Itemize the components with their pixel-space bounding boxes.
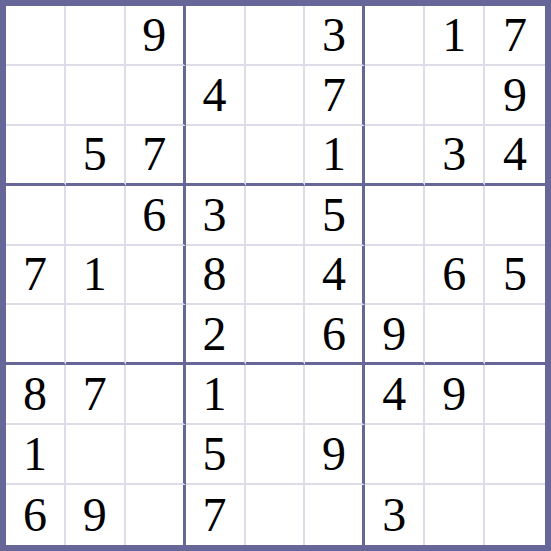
cell-r7c8[interactable]: 9 <box>425 365 485 425</box>
cell-r9c7[interactable]: 3 <box>365 485 425 545</box>
given-digit: 3 <box>442 130 466 178</box>
given-digit: 6 <box>23 491 47 539</box>
cell-r5c1[interactable]: 7 <box>6 246 66 306</box>
cell-r6c2[interactable] <box>66 305 126 365</box>
given-digit: 9 <box>83 491 107 539</box>
given-digit: 1 <box>23 430 47 478</box>
cell-r5c7[interactable] <box>365 246 425 306</box>
cell-r8c5[interactable] <box>246 425 306 485</box>
cell-r3c3[interactable]: 7 <box>126 126 186 186</box>
cell-r3c6[interactable]: 1 <box>305 126 365 186</box>
cell-r9c6[interactable] <box>305 485 365 545</box>
cell-r2c8[interactable] <box>425 66 485 126</box>
given-digit: 5 <box>83 130 107 178</box>
given-digit: 4 <box>503 130 527 178</box>
cell-r3c5[interactable] <box>246 126 306 186</box>
cell-r4c6[interactable]: 5 <box>305 186 365 246</box>
cell-r4c9[interactable] <box>485 186 545 246</box>
given-digit: 4 <box>203 71 227 119</box>
cell-r9c3[interactable] <box>126 485 186 545</box>
cell-r1c9[interactable]: 7 <box>485 6 545 66</box>
cell-r5c8[interactable]: 6 <box>425 246 485 306</box>
given-digit: 5 <box>203 430 227 478</box>
given-digit: 8 <box>203 250 227 298</box>
cell-r5c3[interactable] <box>126 246 186 306</box>
given-digit: 8 <box>23 370 47 418</box>
cell-r2c1[interactable] <box>6 66 66 126</box>
given-digit: 7 <box>503 11 527 59</box>
cell-r3c8[interactable]: 3 <box>425 126 485 186</box>
given-digit: 9 <box>322 430 346 478</box>
sudoku-board: 931747957134635718465269871491596973 <box>0 0 551 551</box>
cell-r1c4[interactable] <box>186 6 246 66</box>
given-digit: 3 <box>322 11 346 59</box>
cell-r3c2[interactable]: 5 <box>66 126 126 186</box>
cell-r4c1[interactable] <box>6 186 66 246</box>
cell-r4c8[interactable] <box>425 186 485 246</box>
cell-r9c9[interactable] <box>485 485 545 545</box>
cell-r2c7[interactable] <box>365 66 425 126</box>
given-digit: 2 <box>203 310 227 358</box>
cell-r2c4[interactable]: 4 <box>186 66 246 126</box>
cell-r4c5[interactable] <box>246 186 306 246</box>
cell-r5c6[interactable]: 4 <box>305 246 365 306</box>
given-digit: 7 <box>142 130 166 178</box>
cell-r6c4[interactable]: 2 <box>186 305 246 365</box>
cell-r4c4[interactable]: 3 <box>186 186 246 246</box>
cell-r2c9[interactable]: 9 <box>485 66 545 126</box>
cell-r3c1[interactable] <box>6 126 66 186</box>
cell-r6c5[interactable] <box>246 305 306 365</box>
cell-r6c9[interactable] <box>485 305 545 365</box>
cell-r6c3[interactable] <box>126 305 186 365</box>
given-digit: 9 <box>382 310 406 358</box>
given-digit: 6 <box>442 250 466 298</box>
given-digit: 6 <box>322 310 346 358</box>
cell-r7c1[interactable]: 8 <box>6 365 66 425</box>
cell-r6c1[interactable] <box>6 305 66 365</box>
cell-r2c6[interactable]: 7 <box>305 66 365 126</box>
cell-r4c3[interactable]: 6 <box>126 186 186 246</box>
cell-r9c1[interactable]: 6 <box>6 485 66 545</box>
cell-r1c1[interactable] <box>6 6 66 66</box>
cell-r4c7[interactable] <box>365 186 425 246</box>
cell-r6c7[interactable]: 9 <box>365 305 425 365</box>
cell-r5c4[interactable]: 8 <box>186 246 246 306</box>
given-digit: 6 <box>142 191 166 239</box>
cell-r8c2[interactable] <box>66 425 126 485</box>
given-digit: 1 <box>442 11 466 59</box>
cell-r3c7[interactable] <box>365 126 425 186</box>
given-digit: 7 <box>322 71 346 119</box>
cell-r2c5[interactable] <box>246 66 306 126</box>
sudoku-grid: 931747957134635718465269871491596973 <box>6 6 545 545</box>
given-digit: 7 <box>23 250 47 298</box>
given-digit: 5 <box>503 250 527 298</box>
cell-r5c2[interactable]: 1 <box>66 246 126 306</box>
cell-r5c5[interactable] <box>246 246 306 306</box>
cell-r7c2[interactable]: 7 <box>66 365 126 425</box>
cell-r8c6[interactable]: 9 <box>305 425 365 485</box>
given-digit: 1 <box>203 370 227 418</box>
given-digit: 3 <box>382 491 406 539</box>
given-digit: 3 <box>203 191 227 239</box>
cell-r2c2[interactable] <box>66 66 126 126</box>
cell-r7c6[interactable] <box>305 365 365 425</box>
cell-r1c7[interactable] <box>365 6 425 66</box>
cell-r9c8[interactable] <box>425 485 485 545</box>
cell-r8c3[interactable] <box>126 425 186 485</box>
given-digit: 4 <box>382 370 406 418</box>
given-digit: 9 <box>142 11 166 59</box>
cell-r3c9[interactable]: 4 <box>485 126 545 186</box>
given-digit: 4 <box>322 250 346 298</box>
cell-r6c6[interactable]: 6 <box>305 305 365 365</box>
given-digit: 5 <box>322 191 346 239</box>
given-digit: 9 <box>503 71 527 119</box>
cell-r8c1[interactable]: 1 <box>6 425 66 485</box>
cell-r1c8[interactable]: 1 <box>425 6 485 66</box>
cell-r8c7[interactable] <box>365 425 425 485</box>
cell-r8c4[interactable]: 5 <box>186 425 246 485</box>
cell-r1c5[interactable] <box>246 6 306 66</box>
cell-r7c4[interactable]: 1 <box>186 365 246 425</box>
given-digit: 7 <box>83 370 107 418</box>
cell-r1c3[interactable]: 9 <box>126 6 186 66</box>
given-digit: 9 <box>442 370 466 418</box>
cell-r7c3[interactable] <box>126 365 186 425</box>
cell-r7c7[interactable]: 4 <box>365 365 425 425</box>
cell-r1c2[interactable] <box>66 6 126 66</box>
cell-r3c4[interactable] <box>186 126 246 186</box>
cell-r6c8[interactable] <box>425 305 485 365</box>
cell-r7c9[interactable] <box>485 365 545 425</box>
cell-r1c6[interactable]: 3 <box>305 6 365 66</box>
given-digit: 7 <box>203 491 227 539</box>
cell-r9c5[interactable] <box>246 485 306 545</box>
cell-r2c3[interactable] <box>126 66 186 126</box>
given-digit: 1 <box>322 130 346 178</box>
cell-r8c8[interactable] <box>425 425 485 485</box>
given-digit: 1 <box>83 250 107 298</box>
cell-r8c9[interactable] <box>485 425 545 485</box>
cell-r5c9[interactable]: 5 <box>485 246 545 306</box>
cell-r9c2[interactable]: 9 <box>66 485 126 545</box>
cell-r4c2[interactable] <box>66 186 126 246</box>
cell-r7c5[interactable] <box>246 365 306 425</box>
cell-r9c4[interactable]: 7 <box>186 485 246 545</box>
